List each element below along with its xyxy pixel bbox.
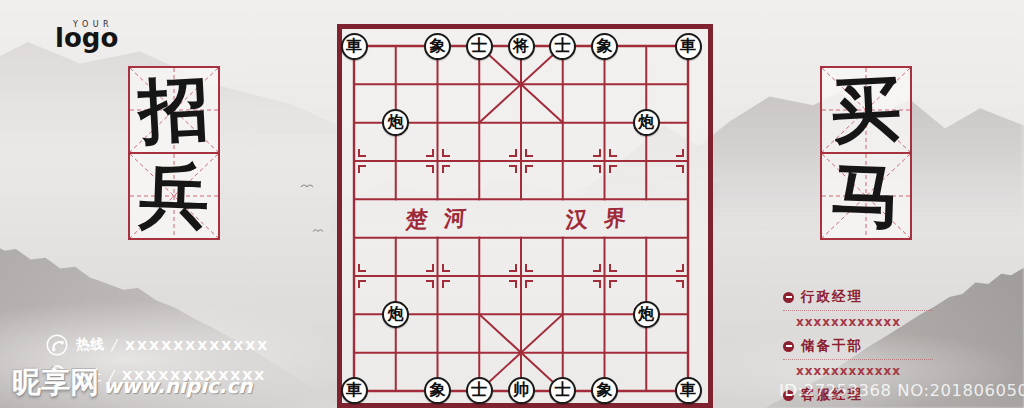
- minus-circle-icon: [783, 292, 794, 303]
- point-marker: [509, 280, 517, 288]
- point-marker: [525, 280, 533, 288]
- logo: YOUR logo: [55, 20, 118, 49]
- calligraphy-cell-ma: 马: [820, 152, 912, 240]
- hotline-number: xxxxxxxxxxxx: [125, 338, 269, 353]
- calligraphy-cell-zhao: 招: [128, 66, 220, 154]
- bird-icon: [300, 182, 314, 189]
- river-label-chu-he: 楚河: [393, 199, 496, 236]
- point-marker: [442, 264, 450, 272]
- point-marker: [426, 149, 434, 157]
- point-marker: [593, 165, 601, 173]
- point-marker: [525, 165, 533, 173]
- job-title: 行政经理: [801, 288, 863, 306]
- point-marker: [358, 264, 366, 272]
- piece-pao-cannon[interactable]: 炮: [633, 301, 660, 328]
- calligraphy-char: 马: [821, 152, 912, 239]
- piece-ju-chariot[interactable]: 車: [675, 33, 702, 60]
- hotline-label: 热线: [76, 336, 104, 354]
- job-title-row: 行政经理: [783, 288, 933, 311]
- piece-xiang-elephant[interactable]: 象: [591, 33, 618, 60]
- board-play-area: 楚河 汉界 車象士将士象車炮炮炮炮車象士帅士象車: [342, 29, 708, 403]
- point-marker: [426, 280, 434, 288]
- calligraphy-char: 买: [820, 66, 912, 154]
- point-marker: [442, 165, 450, 173]
- point-marker: [358, 149, 366, 157]
- hotline-separator: /: [110, 336, 119, 354]
- piece-pao-cannon[interactable]: 炮: [633, 109, 660, 136]
- point-marker: [358, 280, 366, 288]
- point-marker: [442, 280, 450, 288]
- image-id-watermark: ID:27253368 NO:20180605000254528000: [779, 381, 1024, 400]
- piece-jiang-general[interactable]: 将: [508, 33, 535, 60]
- point-marker: [609, 165, 617, 173]
- job-detail: xxxxxxxxxxxx: [796, 315, 933, 329]
- calligraphy-cell-bing: 兵: [128, 152, 220, 240]
- site-url-watermark: www.nipic.cn: [103, 375, 253, 397]
- piece-shi-advisor[interactable]: 士: [466, 33, 493, 60]
- recruitment-poster: YOUR logo 招 兵: [0, 0, 1024, 408]
- point-marker: [676, 280, 684, 288]
- piece-xiang-elephant[interactable]: 象: [424, 33, 451, 60]
- point-marker: [442, 149, 450, 157]
- point-marker: [609, 280, 617, 288]
- point-marker: [593, 149, 601, 157]
- calligraphy-char: 招: [128, 66, 220, 154]
- logo-name: logo: [55, 27, 118, 49]
- piece-pao-cannon[interactable]: 炮: [382, 301, 409, 328]
- point-marker: [676, 149, 684, 157]
- point-marker: [426, 264, 434, 272]
- point-marker: [593, 264, 601, 272]
- point-marker: [525, 264, 533, 272]
- job-item: 储备干部xxxxxxxxxxxx: [783, 337, 933, 378]
- calligraphy-char: 兵: [129, 152, 220, 239]
- calligraphy-cell-mai: 买: [820, 66, 912, 154]
- point-marker: [509, 264, 517, 272]
- river-label-han-jie: 汉界: [553, 199, 656, 236]
- point-marker: [525, 149, 533, 157]
- hotline-row: 热线 / xxxxxxxxxxxx: [46, 334, 269, 356]
- job-title: 储备干部: [801, 337, 863, 355]
- point-marker: [426, 165, 434, 173]
- bird-icon: [312, 227, 324, 233]
- point-marker: [676, 264, 684, 272]
- phone-icon: [46, 334, 68, 356]
- point-marker: [609, 264, 617, 272]
- site-watermark: 昵享网 www.nipic.cn: [12, 368, 253, 397]
- point-marker: [509, 165, 517, 173]
- calligraphy-column-left: 招 兵: [128, 66, 220, 240]
- piece-shi-advisor[interactable]: 士: [549, 33, 576, 60]
- xiangqi-board: 楚河 汉界 車象士将士象車炮炮炮炮車象士帅士象車: [337, 24, 713, 408]
- point-marker: [509, 149, 517, 157]
- calligraphy-column-right: 买 马: [820, 66, 912, 240]
- job-detail: xxxxxxxxxxxx: [796, 364, 933, 378]
- minus-circle-icon: [783, 341, 794, 352]
- job-item: 行政经理xxxxxxxxxxxx: [783, 288, 933, 329]
- point-marker: [609, 149, 617, 157]
- piece-ju-chariot[interactable]: 車: [675, 377, 702, 404]
- job-title-row: 储备干部: [783, 337, 933, 360]
- point-marker: [676, 165, 684, 173]
- point-marker: [358, 165, 366, 173]
- piece-shuai-general[interactable]: 帅: [508, 377, 535, 404]
- piece-ju-chariot[interactable]: 車: [341, 377, 368, 404]
- site-name-watermark: 昵享网: [12, 368, 99, 397]
- piece-ju-chariot[interactable]: 車: [341, 33, 368, 60]
- point-marker: [593, 280, 601, 288]
